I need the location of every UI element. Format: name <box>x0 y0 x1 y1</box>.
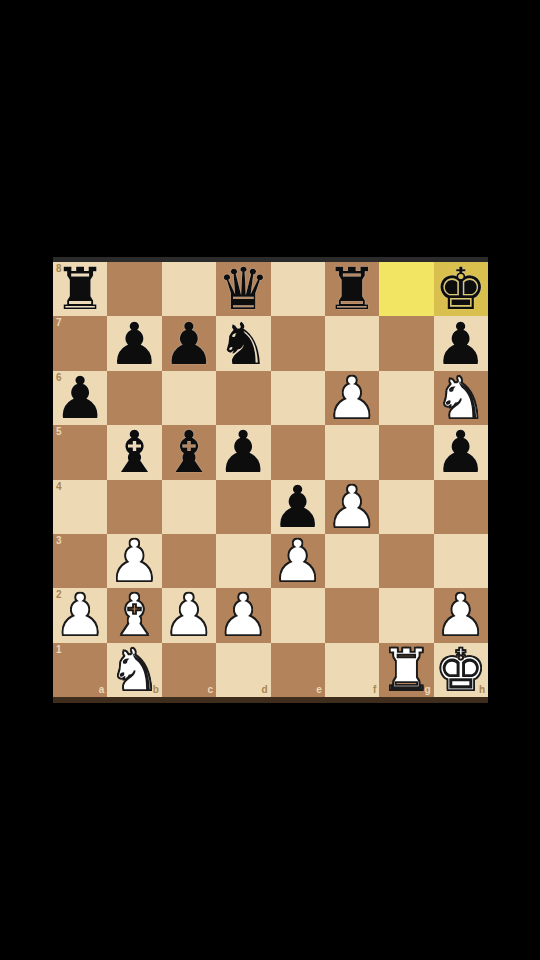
square-d6[interactable] <box>216 371 270 425</box>
square-a5[interactable]: 5 <box>53 425 107 479</box>
coord-file-f: f <box>373 685 376 695</box>
square-b5[interactable]: ♝ <box>107 425 161 479</box>
square-c3[interactable] <box>162 534 216 588</box>
square-g6[interactable] <box>379 371 433 425</box>
piece-white-pawn[interactable]: ♟ <box>326 371 378 425</box>
square-h4[interactable] <box>434 480 488 534</box>
square-b6[interactable] <box>107 371 161 425</box>
piece-white-pawn[interactable]: ♟ <box>326 480 378 534</box>
square-c7[interactable]: ♟ <box>162 316 216 370</box>
square-h8[interactable]: ♚ <box>434 262 488 316</box>
piece-black-pawn[interactable]: ♟ <box>435 425 487 479</box>
piece-black-knight[interactable]: ♞ <box>217 317 269 371</box>
square-d7[interactable]: ♞ <box>216 316 270 370</box>
coord-file-d: d <box>261 685 267 695</box>
square-b3[interactable]: ♟ <box>107 534 161 588</box>
square-d4[interactable] <box>216 480 270 534</box>
coord-rank-4: 4 <box>56 482 62 492</box>
square-f7[interactable] <box>325 316 379 370</box>
square-e4[interactable]: ♟ <box>271 480 325 534</box>
square-a3[interactable]: 3 <box>53 534 107 588</box>
square-a2[interactable]: 2♟ <box>53 588 107 642</box>
piece-black-pawn[interactable]: ♟ <box>435 317 487 371</box>
piece-black-king[interactable]: ♚ <box>435 262 487 316</box>
board-grid: 8♜♛♜♚7♟♟♞♟6♟♟♞5♝♝♟♟4♟♟3♟♟2♟♝♟♟♟1ab♞cdefg… <box>53 262 488 697</box>
piece-white-bishop[interactable]: ♝ <box>109 588 161 642</box>
square-h3[interactable] <box>434 534 488 588</box>
square-c4[interactable] <box>162 480 216 534</box>
chess-board: 8♜♛♜♚7♟♟♞♟6♟♟♞5♝♝♟♟4♟♟3♟♟2♟♝♟♟♟1ab♞cdefg… <box>53 257 488 703</box>
square-e7[interactable] <box>271 316 325 370</box>
square-b4[interactable] <box>107 480 161 534</box>
piece-black-rook[interactable]: ♜ <box>326 262 378 316</box>
square-d1[interactable]: d <box>216 643 270 697</box>
square-g2[interactable] <box>379 588 433 642</box>
square-g5[interactable] <box>379 425 433 479</box>
square-d5[interactable]: ♟ <box>216 425 270 479</box>
square-a7[interactable]: 7 <box>53 316 107 370</box>
square-e1[interactable]: e <box>271 643 325 697</box>
square-b7[interactable]: ♟ <box>107 316 161 370</box>
coord-rank-3: 3 <box>56 536 62 546</box>
square-a1[interactable]: 1a <box>53 643 107 697</box>
coord-file-c: c <box>208 685 214 695</box>
square-c5[interactable]: ♝ <box>162 425 216 479</box>
piece-white-pawn[interactable]: ♟ <box>54 588 106 642</box>
square-e2[interactable] <box>271 588 325 642</box>
piece-white-pawn[interactable]: ♟ <box>435 588 487 642</box>
piece-white-pawn[interactable]: ♟ <box>109 534 161 588</box>
square-h2[interactable]: ♟ <box>434 588 488 642</box>
piece-black-queen[interactable]: ♛ <box>217 262 269 316</box>
piece-black-pawn[interactable]: ♟ <box>272 480 324 534</box>
square-b8[interactable] <box>107 262 161 316</box>
square-f8[interactable]: ♜ <box>325 262 379 316</box>
square-e5[interactable] <box>271 425 325 479</box>
square-c1[interactable]: c <box>162 643 216 697</box>
square-f1[interactable]: f <box>325 643 379 697</box>
piece-white-pawn[interactable]: ♟ <box>217 588 269 642</box>
coord-file-e: e <box>316 685 322 695</box>
piece-black-bishop[interactable]: ♝ <box>109 425 161 479</box>
square-h6[interactable]: ♞ <box>434 371 488 425</box>
piece-white-rook[interactable]: ♜ <box>380 643 432 697</box>
square-h1[interactable]: h♚ <box>434 643 488 697</box>
app-background: { "app": { "background": "#000000" }, "g… <box>0 0 540 960</box>
piece-white-king[interactable]: ♚ <box>435 643 487 697</box>
square-a6[interactable]: 6♟ <box>53 371 107 425</box>
square-h7[interactable]: ♟ <box>434 316 488 370</box>
square-f3[interactable] <box>325 534 379 588</box>
square-b2[interactable]: ♝ <box>107 588 161 642</box>
square-f4[interactable]: ♟ <box>325 480 379 534</box>
square-g8[interactable] <box>379 262 433 316</box>
piece-black-pawn[interactable]: ♟ <box>54 371 106 425</box>
piece-white-pawn[interactable]: ♟ <box>163 588 215 642</box>
piece-black-bishop[interactable]: ♝ <box>163 425 215 479</box>
square-b1[interactable]: b♞ <box>107 643 161 697</box>
square-g3[interactable] <box>379 534 433 588</box>
square-g4[interactable] <box>379 480 433 534</box>
coord-file-a: a <box>99 685 105 695</box>
square-e3[interactable]: ♟ <box>271 534 325 588</box>
square-c6[interactable] <box>162 371 216 425</box>
square-d3[interactable] <box>216 534 270 588</box>
piece-black-pawn[interactable]: ♟ <box>217 425 269 479</box>
square-f6[interactable]: ♟ <box>325 371 379 425</box>
piece-white-knight[interactable]: ♞ <box>109 643 161 697</box>
piece-black-rook[interactable]: ♜ <box>54 262 106 316</box>
square-h5[interactable]: ♟ <box>434 425 488 479</box>
square-a8[interactable]: 8♜ <box>53 262 107 316</box>
square-g1[interactable]: g♜ <box>379 643 433 697</box>
square-g7[interactable] <box>379 316 433 370</box>
square-e6[interactable] <box>271 371 325 425</box>
square-f5[interactable] <box>325 425 379 479</box>
piece-white-pawn[interactable]: ♟ <box>272 534 324 588</box>
square-c2[interactable]: ♟ <box>162 588 216 642</box>
square-c8[interactable] <box>162 262 216 316</box>
square-d2[interactable]: ♟ <box>216 588 270 642</box>
piece-black-pawn[interactable]: ♟ <box>163 317 215 371</box>
square-d8[interactable]: ♛ <box>216 262 270 316</box>
square-a4[interactable]: 4 <box>53 480 107 534</box>
square-f2[interactable] <box>325 588 379 642</box>
piece-white-knight[interactable]: ♞ <box>435 371 487 425</box>
piece-black-pawn[interactable]: ♟ <box>109 317 161 371</box>
square-e8[interactable] <box>271 262 325 316</box>
